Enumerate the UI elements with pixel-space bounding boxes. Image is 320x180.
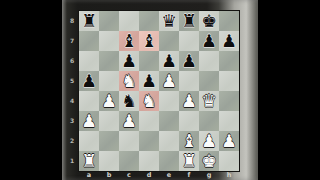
square-g2[interactable]: ♟ xyxy=(199,131,219,151)
square-f1[interactable]: ♜ xyxy=(179,151,199,171)
square-g6[interactable] xyxy=(199,51,219,71)
square-h3[interactable] xyxy=(219,111,239,131)
white-bishop-f2[interactable]: ♝ xyxy=(179,131,199,151)
square-h2[interactable]: ♟ xyxy=(219,131,239,151)
black-pawn-h7[interactable]: ♟ xyxy=(219,31,239,51)
white-knight-d4[interactable]: ♞ xyxy=(139,91,159,111)
black-bishop-d7[interactable]: ♝ xyxy=(139,31,159,51)
square-b4[interactable]: ♟ xyxy=(99,91,119,111)
white-pawn-f4[interactable]: ♟ xyxy=(179,91,199,111)
white-pawn-g2[interactable]: ♟ xyxy=(199,131,219,151)
square-a7[interactable] xyxy=(79,31,99,51)
square-a6[interactable] xyxy=(79,51,99,71)
square-g5[interactable] xyxy=(199,71,219,91)
black-pawn-c6[interactable]: ♟ xyxy=(119,51,139,71)
square-f5[interactable] xyxy=(179,71,199,91)
square-d5[interactable]: ♟ xyxy=(139,71,159,91)
square-d4[interactable]: ♞ xyxy=(139,91,159,111)
black-pawn-e6[interactable]: ♟ xyxy=(159,51,179,71)
square-b6[interactable] xyxy=(99,51,119,71)
rank-label-6: 6 xyxy=(67,51,77,71)
square-e2[interactable] xyxy=(159,131,179,151)
rank-label-2: 2 xyxy=(67,131,77,151)
file-label-e: e xyxy=(159,171,179,180)
black-rook-a8[interactable]: ♜ xyxy=(79,11,99,31)
square-d3[interactable] xyxy=(139,111,159,131)
square-c7[interactable]: ♝ xyxy=(119,31,139,51)
white-pawn-a3[interactable]: ♟ xyxy=(79,111,99,131)
square-f7[interactable] xyxy=(179,31,199,51)
black-pawn-f6[interactable]: ♟ xyxy=(179,51,199,71)
file-label-d: d xyxy=(139,171,159,180)
square-f2[interactable]: ♝ xyxy=(179,131,199,151)
square-d1[interactable] xyxy=(139,151,159,171)
file-label-c: c xyxy=(119,171,139,180)
file-label-h: h xyxy=(219,171,239,180)
white-knight-c5[interactable]: ♞ xyxy=(119,71,139,91)
square-f6[interactable]: ♟ xyxy=(179,51,199,71)
square-f3[interactable] xyxy=(179,111,199,131)
chess-board: ♜♛♜♚♝♝♟♟♟♟♟♟♞♟♟♟♞♞♟♛♟♟♝♟♟♜♜♚ xyxy=(79,11,239,171)
square-h5[interactable] xyxy=(219,71,239,91)
white-pawn-h2[interactable]: ♟ xyxy=(219,131,239,151)
file-label-f: f xyxy=(179,171,199,180)
square-c8[interactable] xyxy=(119,11,139,31)
black-pawn-g7[interactable]: ♟ xyxy=(199,31,219,51)
square-c4[interactable]: ♞ xyxy=(119,91,139,111)
file-label-a: a xyxy=(79,171,99,180)
square-c6[interactable]: ♟ xyxy=(119,51,139,71)
square-g8[interactable]: ♚ xyxy=(199,11,219,31)
square-h1[interactable] xyxy=(219,151,239,171)
white-rook-a1[interactable]: ♜ xyxy=(79,151,99,171)
file-label-g: g xyxy=(199,171,219,180)
black-queen-e8[interactable]: ♛ xyxy=(159,11,179,31)
square-c3[interactable]: ♟ xyxy=(119,111,139,131)
square-f4[interactable]: ♟ xyxy=(179,91,199,111)
rank-label-5: 5 xyxy=(67,71,77,91)
black-bishop-c7[interactable]: ♝ xyxy=(119,31,139,51)
white-king-g1[interactable]: ♚ xyxy=(199,151,219,171)
square-d2[interactable] xyxy=(139,131,159,151)
white-pawn-c3[interactable]: ♟ xyxy=(119,111,139,131)
square-b3[interactable] xyxy=(99,111,119,131)
square-d7[interactable]: ♝ xyxy=(139,31,159,51)
square-b2[interactable] xyxy=(99,131,119,151)
square-e7[interactable] xyxy=(159,31,179,51)
square-d8[interactable] xyxy=(139,11,159,31)
square-e4[interactable] xyxy=(159,91,179,111)
square-a2[interactable] xyxy=(79,131,99,151)
square-e6[interactable]: ♟ xyxy=(159,51,179,71)
square-c2[interactable] xyxy=(119,131,139,151)
square-e5[interactable]: ♟ xyxy=(159,71,179,91)
rank-label-4: 4 xyxy=(67,91,77,111)
square-g1[interactable]: ♚ xyxy=(199,151,219,171)
square-b7[interactable] xyxy=(99,31,119,51)
square-h8[interactable] xyxy=(219,11,239,31)
black-rook-f8[interactable]: ♜ xyxy=(179,11,199,31)
square-b1[interactable] xyxy=(99,151,119,171)
square-h6[interactable] xyxy=(219,51,239,71)
rank-label-1: 1 xyxy=(67,151,77,171)
rank-labels: 87654321 xyxy=(67,11,77,171)
square-b5[interactable] xyxy=(99,71,119,91)
square-c5[interactable]: ♞ xyxy=(119,71,139,91)
square-a1[interactable]: ♜ xyxy=(79,151,99,171)
black-pawn-a5[interactable]: ♟ xyxy=(79,71,99,91)
square-h7[interactable]: ♟ xyxy=(219,31,239,51)
square-h4[interactable] xyxy=(219,91,239,111)
board-frame: 87654321 ♜♛♜♚♝♝♟♟♟♟♟♟♞♟♟♟♞♞♟♛♟♟♝♟♟♜♜♚ ab… xyxy=(62,0,258,180)
rank-label-3: 3 xyxy=(67,111,77,131)
rank-label-7: 7 xyxy=(67,31,77,51)
square-a5[interactable]: ♟ xyxy=(79,71,99,91)
square-f8[interactable]: ♜ xyxy=(179,11,199,31)
white-pawn-e5[interactable]: ♟ xyxy=(159,71,179,91)
square-g7[interactable]: ♟ xyxy=(199,31,219,51)
square-e8[interactable]: ♛ xyxy=(159,11,179,31)
square-e3[interactable] xyxy=(159,111,179,131)
square-g4[interactable]: ♛ xyxy=(199,91,219,111)
square-a4[interactable] xyxy=(79,91,99,111)
square-a3[interactable]: ♟ xyxy=(79,111,99,131)
file-labels: abcdefgh xyxy=(79,171,239,180)
square-b8[interactable] xyxy=(99,11,119,31)
square-c1[interactable] xyxy=(119,151,139,171)
square-d6[interactable] xyxy=(139,51,159,71)
square-g3[interactable] xyxy=(199,111,219,131)
black-knight-c4[interactable]: ♞ xyxy=(119,91,139,111)
white-queen-g4[interactable]: ♛ xyxy=(199,91,219,111)
white-pawn-b4[interactable]: ♟ xyxy=(99,91,119,111)
file-label-b: b xyxy=(99,171,119,180)
white-rook-f1[interactable]: ♜ xyxy=(179,151,199,171)
black-king-g8[interactable]: ♚ xyxy=(199,11,219,31)
square-a8[interactable]: ♜ xyxy=(79,11,99,31)
video-background: 87654321 ♜♛♜♚♝♝♟♟♟♟♟♟♞♟♟♟♞♞♟♛♟♟♝♟♟♜♜♚ ab… xyxy=(0,0,320,180)
rank-label-8: 8 xyxy=(67,11,77,31)
square-e1[interactable] xyxy=(159,151,179,171)
black-pawn-d5[interactable]: ♟ xyxy=(139,71,159,91)
